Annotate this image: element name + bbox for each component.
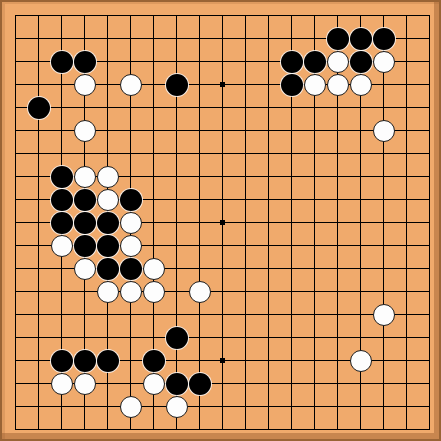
screenshot-stage xyxy=(0,0,441,441)
grid-line-horizontal xyxy=(15,337,431,339)
white-stone[interactable] xyxy=(97,166,119,188)
white-stone[interactable] xyxy=(143,373,165,395)
grid-line-horizontal xyxy=(15,291,431,293)
black-stone[interactable] xyxy=(189,373,211,395)
star-point xyxy=(220,82,225,87)
black-stone[interactable] xyxy=(166,373,188,395)
white-stone[interactable] xyxy=(350,350,372,372)
grid-line-vertical xyxy=(406,15,408,431)
white-stone[interactable] xyxy=(189,281,211,303)
white-stone[interactable] xyxy=(143,258,165,280)
white-stone[interactable] xyxy=(373,51,395,73)
black-stone[interactable] xyxy=(281,74,303,96)
black-stone[interactable] xyxy=(74,51,96,73)
black-stone[interactable] xyxy=(281,51,303,73)
white-stone[interactable] xyxy=(327,51,349,73)
white-stone[interactable] xyxy=(304,74,326,96)
white-stone[interactable] xyxy=(97,281,119,303)
white-stone[interactable] xyxy=(327,74,349,96)
black-stone[interactable] xyxy=(143,350,165,372)
black-stone[interactable] xyxy=(51,350,73,372)
white-stone[interactable] xyxy=(373,120,395,142)
white-stone[interactable] xyxy=(143,281,165,303)
black-stone[interactable] xyxy=(350,28,372,50)
black-stone[interactable] xyxy=(166,327,188,349)
white-stone[interactable] xyxy=(51,235,73,257)
black-stone[interactable] xyxy=(120,258,142,280)
white-stone[interactable] xyxy=(97,189,119,211)
white-stone[interactable] xyxy=(120,281,142,303)
black-stone[interactable] xyxy=(74,350,96,372)
black-stone[interactable] xyxy=(74,189,96,211)
grid-line-vertical xyxy=(245,15,247,431)
black-stone[interactable] xyxy=(97,350,119,372)
black-stone[interactable] xyxy=(51,166,73,188)
grid-line-horizontal xyxy=(15,429,431,431)
white-stone[interactable] xyxy=(166,396,188,418)
black-stone[interactable] xyxy=(51,189,73,211)
white-stone[interactable] xyxy=(120,212,142,234)
black-stone[interactable] xyxy=(97,235,119,257)
black-stone[interactable] xyxy=(350,51,372,73)
black-stone[interactable] xyxy=(97,258,119,280)
grid-line-horizontal xyxy=(15,406,431,408)
grid-line-vertical xyxy=(268,15,270,431)
white-stone[interactable] xyxy=(74,120,96,142)
white-stone[interactable] xyxy=(120,396,142,418)
white-stone[interactable] xyxy=(74,373,96,395)
grid-line-vertical xyxy=(429,15,431,431)
black-stone[interactable] xyxy=(97,212,119,234)
white-stone[interactable] xyxy=(74,74,96,96)
white-stone[interactable] xyxy=(373,304,395,326)
grid-line-horizontal xyxy=(15,314,431,316)
white-stone[interactable] xyxy=(120,235,142,257)
black-stone[interactable] xyxy=(74,212,96,234)
star-point xyxy=(220,358,225,363)
black-stone[interactable] xyxy=(51,212,73,234)
black-stone[interactable] xyxy=(304,51,326,73)
black-stone[interactable] xyxy=(74,235,96,257)
black-stone[interactable] xyxy=(28,97,50,119)
white-stone[interactable] xyxy=(120,74,142,96)
white-stone[interactable] xyxy=(74,258,96,280)
black-stone[interactable] xyxy=(373,28,395,50)
white-stone[interactable] xyxy=(51,373,73,395)
white-stone[interactable] xyxy=(74,166,96,188)
star-point xyxy=(220,220,225,225)
grid-line-vertical xyxy=(383,15,385,431)
black-stone[interactable] xyxy=(51,51,73,73)
go-board[interactable] xyxy=(0,0,441,441)
black-stone[interactable] xyxy=(120,189,142,211)
white-stone[interactable] xyxy=(350,74,372,96)
black-stone[interactable] xyxy=(166,74,188,96)
black-stone[interactable] xyxy=(327,28,349,50)
